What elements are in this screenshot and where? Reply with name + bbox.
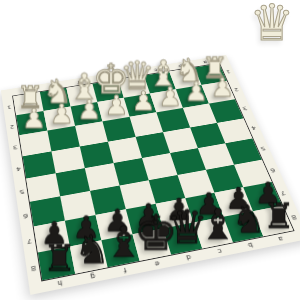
black-rook-piece[interactable]: ♜ [25,240,94,277]
chess-board: hgfedcba hgfedcba 12345678 12345678 ♜♞♝♚… [1,55,300,295]
board-grid: ♜♞♝♚♛♝♞♜♟♟♟♟♟♟♟♟♟♟♟♟♟♟♟♟♜♞♝♚♛♝♞♜ [13,63,293,280]
spare-white-queen-piece[interactable]: ♛ [248,0,296,48]
square-h4[interactable] [23,151,56,178]
square-f5[interactable] [85,163,120,191]
square-g5[interactable] [56,168,90,196]
rank-label: 3 [8,135,23,158]
product-photo-backdrop: hgfedcba hgfedcba 12345678 12345678 ♜♞♝♚… [0,0,300,300]
square-h8[interactable]: ♜ [38,246,75,280]
square-c5[interactable] [170,148,206,175]
square-h2[interactable]: ♟ [16,111,47,135]
